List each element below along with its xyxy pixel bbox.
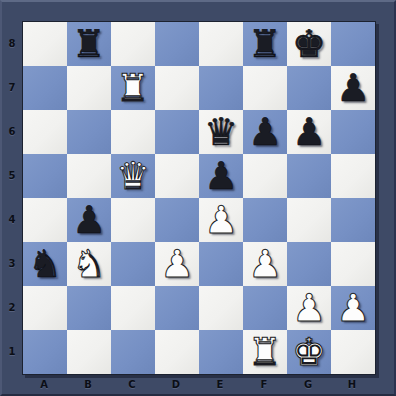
- square-f5[interactable]: [243, 154, 287, 198]
- white-rook-f1[interactable]: ♜: [248, 330, 282, 374]
- square-g7[interactable]: [287, 66, 331, 110]
- black-queen-e6[interactable]: ♛: [204, 110, 238, 154]
- square-e1[interactable]: [199, 330, 243, 374]
- square-f4[interactable]: [243, 198, 287, 242]
- square-c6[interactable]: [111, 110, 155, 154]
- square-g5[interactable]: [287, 154, 331, 198]
- rank-label-5: 5: [2, 153, 22, 197]
- square-c7[interactable]: ♜: [111, 66, 155, 110]
- file-label-c: C: [110, 374, 154, 394]
- square-d3[interactable]: ♟: [155, 242, 199, 286]
- black-pawn-f6[interactable]: ♟: [248, 110, 282, 154]
- square-a7[interactable]: [23, 66, 67, 110]
- square-h3[interactable]: [331, 242, 375, 286]
- square-b7[interactable]: [67, 66, 111, 110]
- square-h8[interactable]: [331, 22, 375, 66]
- white-pawn-d3[interactable]: ♟: [160, 242, 194, 286]
- black-pawn-g6[interactable]: ♟: [292, 110, 326, 154]
- square-a8[interactable]: [23, 22, 67, 66]
- black-rook-f8[interactable]: ♜: [248, 22, 282, 66]
- square-h6[interactable]: [331, 110, 375, 154]
- square-c5[interactable]: ♛: [111, 154, 155, 198]
- square-f1[interactable]: ♜: [243, 330, 287, 374]
- rank-label-8: 8: [2, 21, 22, 65]
- square-h4[interactable]: [331, 198, 375, 242]
- file-label-d: D: [154, 374, 198, 394]
- square-g8[interactable]: ♚: [287, 22, 331, 66]
- square-d2[interactable]: [155, 286, 199, 330]
- black-pawn-e5[interactable]: ♟: [204, 154, 238, 198]
- square-e8[interactable]: [199, 22, 243, 66]
- square-f3[interactable]: ♟: [243, 242, 287, 286]
- square-c3[interactable]: [111, 242, 155, 286]
- square-a5[interactable]: [23, 154, 67, 198]
- rank-label-7: 7: [2, 65, 22, 109]
- rank-label-6: 6: [2, 109, 22, 153]
- square-b6[interactable]: [67, 110, 111, 154]
- square-b1[interactable]: [67, 330, 111, 374]
- square-b3[interactable]: ♞: [67, 242, 111, 286]
- square-d5[interactable]: [155, 154, 199, 198]
- square-a4[interactable]: [23, 198, 67, 242]
- white-knight-b3[interactable]: ♞: [72, 242, 106, 286]
- chess-board: ♜♜♚♜♟♛♟♟♛♟♟♟♞♞♟♟♟♟♜♚: [22, 21, 376, 375]
- square-e5[interactable]: ♟: [199, 154, 243, 198]
- square-d4[interactable]: [155, 198, 199, 242]
- black-knight-a3[interactable]: ♞: [28, 242, 62, 286]
- square-h5[interactable]: [331, 154, 375, 198]
- square-a2[interactable]: [23, 286, 67, 330]
- square-d8[interactable]: [155, 22, 199, 66]
- file-labels: ABCDEFGH: [22, 374, 374, 394]
- rank-label-4: 4: [2, 197, 22, 241]
- square-c2[interactable]: [111, 286, 155, 330]
- square-e6[interactable]: ♛: [199, 110, 243, 154]
- square-b2[interactable]: [67, 286, 111, 330]
- square-f2[interactable]: [243, 286, 287, 330]
- square-b8[interactable]: ♜: [67, 22, 111, 66]
- white-pawn-e4[interactable]: ♟: [204, 198, 238, 242]
- square-e2[interactable]: [199, 286, 243, 330]
- square-a3[interactable]: ♞: [23, 242, 67, 286]
- file-label-b: B: [66, 374, 110, 394]
- square-f8[interactable]: ♜: [243, 22, 287, 66]
- rank-label-1: 1: [2, 329, 22, 373]
- white-rook-c7[interactable]: ♜: [116, 66, 150, 110]
- square-d1[interactable]: [155, 330, 199, 374]
- black-pawn-b4[interactable]: ♟: [72, 198, 106, 242]
- square-c4[interactable]: [111, 198, 155, 242]
- chess-diagram: 87654321 ABCDEFGH ♜♜♚♜♟♛♟♟♛♟♟♟♞♞♟♟♟♟♜♚: [0, 0, 396, 396]
- white-pawn-f3[interactable]: ♟: [248, 242, 282, 286]
- square-e4[interactable]: ♟: [199, 198, 243, 242]
- square-h7[interactable]: ♟: [331, 66, 375, 110]
- rank-labels: 87654321: [2, 21, 22, 373]
- square-f7[interactable]: [243, 66, 287, 110]
- square-f6[interactable]: ♟: [243, 110, 287, 154]
- file-label-a: A: [22, 374, 66, 394]
- black-rook-b8[interactable]: ♜: [72, 22, 106, 66]
- square-c1[interactable]: [111, 330, 155, 374]
- square-a6[interactable]: [23, 110, 67, 154]
- square-g1[interactable]: ♚: [287, 330, 331, 374]
- square-h1[interactable]: [331, 330, 375, 374]
- white-pawn-g2[interactable]: ♟: [292, 286, 326, 330]
- square-b4[interactable]: ♟: [67, 198, 111, 242]
- file-label-g: G: [286, 374, 330, 394]
- square-e3[interactable]: [199, 242, 243, 286]
- white-queen-c5[interactable]: ♛: [116, 154, 150, 198]
- black-pawn-h7[interactable]: ♟: [336, 66, 370, 110]
- file-label-f: F: [242, 374, 286, 394]
- square-g6[interactable]: ♟: [287, 110, 331, 154]
- square-g3[interactable]: [287, 242, 331, 286]
- rank-label-3: 3: [2, 241, 22, 285]
- square-a1[interactable]: [23, 330, 67, 374]
- file-label-h: H: [330, 374, 374, 394]
- black-king-g8[interactable]: ♚: [292, 22, 326, 66]
- square-c8[interactable]: [111, 22, 155, 66]
- rank-label-2: 2: [2, 285, 22, 329]
- square-g4[interactable]: [287, 198, 331, 242]
- white-king-g1[interactable]: ♚: [292, 330, 326, 374]
- square-g2[interactable]: ♟: [287, 286, 331, 330]
- square-d7[interactable]: [155, 66, 199, 110]
- square-b5[interactable]: [67, 154, 111, 198]
- white-pawn-h2[interactable]: ♟: [336, 286, 370, 330]
- file-label-e: E: [198, 374, 242, 394]
- square-e7[interactable]: [199, 66, 243, 110]
- square-d6[interactable]: [155, 110, 199, 154]
- square-h2[interactable]: ♟: [331, 286, 375, 330]
